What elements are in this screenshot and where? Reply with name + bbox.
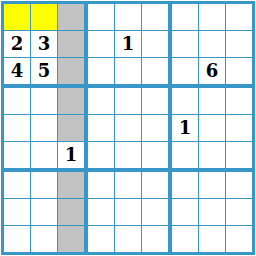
cell-r6c4[interactable] <box>88 142 114 168</box>
cell-r4c2[interactable] <box>31 88 57 114</box>
cell-r6c6[interactable] <box>142 142 168 168</box>
cell-r6c9[interactable] <box>226 142 252 168</box>
cell-r4c9[interactable] <box>226 88 252 114</box>
cell-r2c8[interactable] <box>199 31 225 57</box>
cell-r6c8[interactable] <box>199 142 225 168</box>
cell-r3c3[interactable] <box>58 58 84 84</box>
cell-r8c7[interactable] <box>172 199 198 225</box>
cell-r2c4[interactable] <box>88 31 114 57</box>
cell-r4c8[interactable] <box>199 88 225 114</box>
cell-r2c6[interactable] <box>142 31 168 57</box>
cell-r9c8[interactable] <box>199 226 225 252</box>
cell-r5c8[interactable] <box>199 115 225 141</box>
cell-r6c3[interactable]: 1 <box>58 142 84 168</box>
cell-r4c5[interactable] <box>115 88 141 114</box>
cell-r6c1[interactable] <box>4 142 30 168</box>
cell-r2c2[interactable]: 3 <box>31 31 57 57</box>
cell-r2c3[interactable] <box>58 31 84 57</box>
cell-r4c3[interactable] <box>58 88 84 114</box>
cell-r3c5[interactable] <box>115 58 141 84</box>
cell-r7c9[interactable] <box>226 172 252 198</box>
cell-r7c8[interactable] <box>199 172 225 198</box>
cell-r9c9[interactable] <box>226 226 252 252</box>
cell-r5c3[interactable] <box>58 115 84 141</box>
cell-r9c5[interactable] <box>115 226 141 252</box>
cell-r8c2[interactable] <box>31 199 57 225</box>
cell-r7c7[interactable] <box>172 172 198 198</box>
cell-r9c7[interactable] <box>172 226 198 252</box>
cell-r1c7[interactable] <box>172 4 198 30</box>
cell-r5c2[interactable] <box>31 115 57 141</box>
cell-r6c5[interactable] <box>115 142 141 168</box>
cell-r7c5[interactable] <box>115 172 141 198</box>
cell-r9c1[interactable] <box>4 226 30 252</box>
cell-r3c4[interactable] <box>88 58 114 84</box>
cell-r8c1[interactable] <box>4 199 30 225</box>
cell-r5c4[interactable] <box>88 115 114 141</box>
cell-r2c5[interactable]: 1 <box>115 31 141 57</box>
cell-r3c2[interactable]: 5 <box>31 58 57 84</box>
cell-r7c4[interactable] <box>88 172 114 198</box>
cell-r2c1[interactable]: 2 <box>4 31 30 57</box>
cell-r7c2[interactable] <box>31 172 57 198</box>
cell-r1c6[interactable] <box>142 4 168 30</box>
cell-r1c2[interactable] <box>31 4 57 30</box>
cell-r5c9[interactable] <box>226 115 252 141</box>
cell-r5c1[interactable] <box>4 115 30 141</box>
cell-r9c3[interactable] <box>58 226 84 252</box>
cell-r8c4[interactable] <box>88 199 114 225</box>
cell-r6c7[interactable] <box>172 142 198 168</box>
cell-r5c7[interactable]: 1 <box>172 115 198 141</box>
cell-r8c6[interactable] <box>142 199 168 225</box>
cell-r4c1[interactable] <box>4 88 30 114</box>
cell-r7c3[interactable] <box>58 172 84 198</box>
cell-r3c6[interactable] <box>142 58 168 84</box>
cell-r1c4[interactable] <box>88 4 114 30</box>
cell-r8c3[interactable] <box>58 199 84 225</box>
cell-r2c9[interactable] <box>226 31 252 57</box>
cell-r4c7[interactable] <box>172 88 198 114</box>
cell-r6c2[interactable] <box>31 142 57 168</box>
cell-r3c1[interactable]: 4 <box>4 58 30 84</box>
cell-r8c9[interactable] <box>226 199 252 225</box>
cell-r5c6[interactable] <box>142 115 168 141</box>
cell-r8c5[interactable] <box>115 199 141 225</box>
cell-r1c3[interactable] <box>58 4 84 30</box>
cell-r3c9[interactable] <box>226 58 252 84</box>
cell-r4c4[interactable] <box>88 88 114 114</box>
cell-r2c7[interactable] <box>172 31 198 57</box>
cell-r9c2[interactable] <box>31 226 57 252</box>
cell-r1c5[interactable] <box>115 4 141 30</box>
cell-r7c6[interactable] <box>142 172 168 198</box>
cell-r1c9[interactable] <box>226 4 252 30</box>
cell-r9c6[interactable] <box>142 226 168 252</box>
cell-r7c1[interactable] <box>4 172 30 198</box>
cell-r5c5[interactable] <box>115 115 141 141</box>
cell-r1c8[interactable] <box>199 4 225 30</box>
sudoku-board: 23145611 <box>1 1 255 255</box>
cell-r3c7[interactable] <box>172 58 198 84</box>
cell-r1c1[interactable] <box>4 4 30 30</box>
cell-r3c8[interactable]: 6 <box>199 58 225 84</box>
cell-r4c6[interactable] <box>142 88 168 114</box>
cell-r8c8[interactable] <box>199 199 225 225</box>
cell-r9c4[interactable] <box>88 226 114 252</box>
sudoku-board-wrapper: 23145611 <box>1 1 255 255</box>
